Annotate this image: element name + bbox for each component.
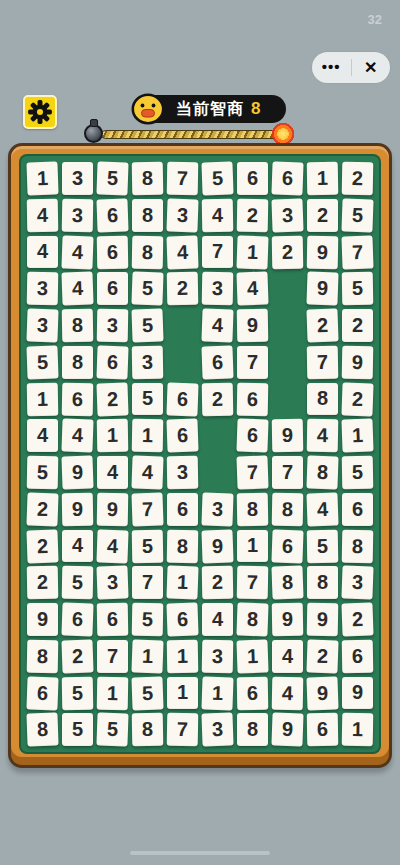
number-tile[interactable]: 5 <box>27 456 59 489</box>
number-tile[interactable]: 1 <box>167 677 198 710</box>
fuse-rope <box>101 130 281 139</box>
number-tile[interactable]: 5 <box>131 308 163 342</box>
number-tile[interactable]: 9 <box>342 345 374 378</box>
number-tile[interactable]: 5 <box>96 713 128 747</box>
tile-cell: 1 <box>167 566 198 599</box>
tile-cell: 5 <box>27 346 58 379</box>
tile-cell: 6 <box>167 603 198 636</box>
number-tile[interactable]: 8 <box>342 529 374 562</box>
tile-cell: 5 <box>307 530 338 563</box>
number-tile[interactable]: 3 <box>96 566 128 600</box>
tile-cell: 4 <box>27 236 58 269</box>
number-tile[interactable]: 4 <box>131 455 163 489</box>
number-tile[interactable]: 6 <box>237 162 268 195</box>
number-tile[interactable]: 1 <box>27 382 59 415</box>
tile-cell: 8 <box>132 162 163 195</box>
number-tile[interactable]: 1 <box>342 713 374 746</box>
number-tile[interactable]: 3 <box>341 566 373 600</box>
tile-cell: 3 <box>342 566 373 599</box>
tile-cell: 9 <box>62 456 93 489</box>
duck-mascot-icon <box>131 92 165 126</box>
number-tile[interactable]: 9 <box>27 603 58 636</box>
tile-cell: 9 <box>272 713 303 746</box>
tile-cell: 5 <box>27 456 58 489</box>
tile-cell: 4 <box>272 677 303 710</box>
tile-cell: 3 <box>27 309 58 342</box>
more-menu-icon[interactable]: ••• <box>312 51 351 85</box>
number-tile[interactable]: 4 <box>62 530 93 563</box>
iq-label: 当前智商 <box>176 99 244 120</box>
tile-cell: 6 <box>62 603 93 636</box>
tile-cell: 7 <box>237 456 268 489</box>
tile-cell: 4 <box>132 456 163 489</box>
tile-cell: 1 <box>97 419 128 452</box>
tile-cell: 8 <box>307 383 338 416</box>
tile-cell: 9 <box>202 530 233 563</box>
number-tile[interactable]: 1 <box>201 676 233 710</box>
number-tile[interactable]: 9 <box>62 492 94 525</box>
number-tile[interactable]: 2 <box>341 382 373 416</box>
number-tile[interactable]: 7 <box>132 566 163 599</box>
tile-cell: 9 <box>272 419 303 452</box>
tile-cell: 6 <box>97 603 128 636</box>
number-tile[interactable]: 9 <box>307 603 339 636</box>
number-tile[interactable]: 1 <box>132 419 164 452</box>
tile-cell: 9 <box>342 677 373 710</box>
gear-icon <box>27 99 53 125</box>
number-tile[interactable]: 1 <box>167 639 199 672</box>
number-tile[interactable]: 5 <box>341 198 373 232</box>
number-tile[interactable]: 5 <box>26 345 58 379</box>
tile-cell: 9 <box>307 603 338 636</box>
number-tile[interactable]: 2 <box>96 382 128 416</box>
empty-cell <box>272 309 303 342</box>
number-tile[interactable]: 4 <box>27 419 58 452</box>
tile-cell: 8 <box>132 236 163 269</box>
number-tile[interactable]: 3 <box>271 198 303 232</box>
number-tile[interactable]: 3 <box>166 198 198 232</box>
tile-cell: 3 <box>202 713 233 746</box>
number-tile[interactable]: 8 <box>62 346 93 379</box>
tile-cell: 9 <box>307 236 338 269</box>
tile-cell: 3 <box>167 199 198 232</box>
number-tile[interactable]: 8 <box>307 566 338 599</box>
number-tile[interactable]: 3 <box>27 272 59 305</box>
tile-cell: 7 <box>132 566 163 599</box>
tile-cell: 1 <box>167 677 198 710</box>
number-tile[interactable]: 8 <box>26 713 58 747</box>
tile-cell: 7 <box>167 162 198 195</box>
number-tile[interactable]: 1 <box>166 566 198 600</box>
number-tile[interactable]: 9 <box>307 235 339 268</box>
tile-cell: 4 <box>62 272 93 305</box>
number-tile[interactable]: 3 <box>167 456 199 489</box>
tile-cell: 1 <box>237 236 268 269</box>
tile-cell: 6 <box>237 419 268 452</box>
iq-value: 8 <box>251 99 260 119</box>
number-tile[interactable]: 6 <box>201 345 233 379</box>
bomb-cap-icon <box>90 119 98 127</box>
tile-cell: 6 <box>97 199 128 232</box>
number-tile[interactable]: 9 <box>272 419 304 452</box>
tile-cell: 1 <box>307 162 338 195</box>
number-tile[interactable]: 6 <box>166 382 198 416</box>
number-tile[interactable]: 1 <box>26 161 58 195</box>
tile-cell: 2 <box>237 199 268 232</box>
tile-cell: 8 <box>167 530 198 563</box>
number-tile[interactable]: 2 <box>237 198 269 231</box>
tile-cell: 4 <box>62 236 93 269</box>
number-tile[interactable]: 1 <box>131 639 163 673</box>
number-tile[interactable]: 2 <box>26 529 58 563</box>
number-tile[interactable]: 8 <box>271 566 303 600</box>
number-tile[interactable]: 9 <box>306 272 338 306</box>
tile-cell: 7 <box>202 236 233 269</box>
tile-cell: 2 <box>27 566 58 599</box>
number-tile[interactable]: 2 <box>167 272 199 305</box>
empty-cell <box>202 419 233 452</box>
number-tile[interactable]: 6 <box>166 602 198 636</box>
tile-cell: 2 <box>307 640 338 673</box>
number-tile[interactable]: 6 <box>342 493 373 526</box>
tile-cell: 6 <box>237 677 268 710</box>
number-tile[interactable]: 8 <box>27 639 59 672</box>
number-tile[interactable]: 4 <box>61 419 93 453</box>
tile-cell: 8 <box>62 346 93 379</box>
number-tile[interactable]: 9 <box>61 455 93 489</box>
number-tile[interactable]: 4 <box>202 198 234 231</box>
tile-cell: 2 <box>272 236 303 269</box>
tile-cell: 6 <box>272 162 303 195</box>
tile-cell: 9 <box>62 493 93 526</box>
number-tile[interactable]: 8 <box>132 162 164 195</box>
tile-cell: 5 <box>132 272 163 305</box>
number-tile[interactable]: 3 <box>202 272 234 305</box>
tile-cell: 1 <box>167 640 198 673</box>
board-felt: 1358756612436834232544684712973465234953… <box>19 154 381 754</box>
number-tile[interactable]: 8 <box>272 492 304 525</box>
number-tile[interactable]: 6 <box>97 603 129 636</box>
tile-cell: 8 <box>27 640 58 673</box>
number-tile[interactable]: 9 <box>271 713 303 747</box>
tile-cell: 5 <box>62 713 93 746</box>
tile-cell: 2 <box>307 309 338 342</box>
number-tile[interactable]: 8 <box>62 309 94 342</box>
number-tile[interactable]: 2 <box>341 602 373 636</box>
tile-cell: 1 <box>27 383 58 416</box>
number-tile[interactable]: 6 <box>97 235 129 268</box>
number-tile[interactable]: 4 <box>236 272 268 306</box>
tile-cell: 1 <box>97 677 128 710</box>
tile-cell: 3 <box>27 272 58 305</box>
number-tile[interactable]: 2 <box>202 382 234 415</box>
tile-cell: 6 <box>27 677 58 710</box>
number-tile[interactable]: 7 <box>202 236 233 269</box>
number-tile[interactable]: 2 <box>26 492 58 526</box>
close-icon[interactable]: ✕ <box>352 52 391 83</box>
number-tile[interactable]: 9 <box>237 309 269 342</box>
tile-cell: 7 <box>132 493 163 526</box>
number-tile[interactable]: 4 <box>96 529 128 563</box>
number-tile[interactable]: 9 <box>201 529 233 563</box>
tile-cell: 4 <box>307 419 338 452</box>
number-tile[interactable]: 2 <box>306 308 338 342</box>
tile-cell: 7 <box>307 346 338 379</box>
tile-cell: 6 <box>307 713 338 746</box>
number-tile[interactable]: 7 <box>237 346 268 379</box>
number-tile[interactable]: 8 <box>132 713 164 746</box>
tile-cell: 9 <box>342 346 373 379</box>
number-tile[interactable]: 5 <box>96 161 128 195</box>
empty-cell <box>272 346 303 379</box>
number-tile[interactable]: 2 <box>306 639 338 673</box>
tile-cell: 6 <box>97 272 128 305</box>
tile-cell: 1 <box>342 713 373 746</box>
empty-cell <box>167 346 198 379</box>
tile-cell: 7 <box>167 713 198 746</box>
number-tile[interactable]: 2 <box>342 309 373 342</box>
number-tile[interactable]: 8 <box>306 455 338 489</box>
tile-cell: 8 <box>272 566 303 599</box>
number-tile[interactable]: 5 <box>131 272 163 306</box>
tile-cell: 3 <box>202 493 233 526</box>
number-tile[interactable]: 7 <box>167 162 199 195</box>
tile-cell: 9 <box>307 677 338 710</box>
number-tile[interactable]: 8 <box>167 529 199 562</box>
tile-cell: 8 <box>237 713 268 746</box>
number-tile[interactable]: 2 <box>27 566 59 599</box>
tile-cell: 9 <box>237 309 268 342</box>
tile-cell: 2 <box>97 383 128 416</box>
tile-cell: 6 <box>342 640 373 673</box>
number-tile[interactable]: 9 <box>342 677 373 710</box>
number-tile[interactable]: 4 <box>61 235 93 269</box>
tile-cell: 6 <box>97 236 128 269</box>
number-tile[interactable]: 2 <box>61 639 93 673</box>
number-tile[interactable]: 4 <box>27 236 58 269</box>
number-tile[interactable]: 6 <box>26 676 58 710</box>
spark-icon <box>272 123 294 145</box>
number-tile[interactable]: 7 <box>341 235 373 269</box>
number-tile[interactable]: 4 <box>307 419 339 452</box>
tile-cell: 8 <box>307 566 338 599</box>
number-tile[interactable]: 4 <box>27 198 59 231</box>
tile-cell: 2 <box>202 383 233 416</box>
number-tile[interactable]: 2 <box>307 199 338 232</box>
tile-cell: 2 <box>342 603 373 636</box>
tile-cell: 1 <box>342 419 373 452</box>
number-tile[interactable]: 1 <box>307 162 339 195</box>
tile-cell: 6 <box>272 530 303 563</box>
number-tile[interactable]: 4 <box>166 235 198 269</box>
tile-cell: 2 <box>167 272 198 305</box>
number-tile[interactable]: 7 <box>307 345 339 378</box>
status-indicator: 32 <box>368 12 382 27</box>
tile-cell: 1 <box>237 530 268 563</box>
number-tile[interactable]: 7 <box>97 640 128 673</box>
home-indicator <box>130 851 270 855</box>
number-tile[interactable]: 4 <box>272 640 303 673</box>
tile-cell: 2 <box>342 383 373 416</box>
tile-cell: 4 <box>202 309 233 342</box>
board-grid: 1358756612436834232544684712973465234953… <box>27 162 373 746</box>
number-tile[interactable]: 6 <box>237 676 269 709</box>
tile-cell: 4 <box>202 199 233 232</box>
tile-cell: 1 <box>132 640 163 673</box>
number-tile[interactable]: 4 <box>306 492 338 526</box>
number-tile[interactable]: 5 <box>132 383 163 416</box>
number-tile[interactable]: 6 <box>271 161 303 195</box>
number-tile[interactable]: 7 <box>272 456 303 489</box>
tile-cell: 6 <box>167 383 198 416</box>
tile-cell: 3 <box>132 346 163 379</box>
number-tile[interactable]: 5 <box>201 161 233 195</box>
number-tile[interactable]: 5 <box>62 676 94 709</box>
tile-cell: 1 <box>132 419 163 452</box>
number-tile[interactable]: 9 <box>97 492 129 525</box>
tile-cell: 3 <box>167 456 198 489</box>
number-tile[interactable]: 7 <box>236 455 268 489</box>
tile-cell: 8 <box>237 603 268 636</box>
number-tile[interactable]: 6 <box>166 419 198 453</box>
number-tile[interactable]: 7 <box>167 713 199 746</box>
tile-cell: 4 <box>307 493 338 526</box>
tile-cell: 5 <box>132 530 163 563</box>
tile-cell: 4 <box>97 530 128 563</box>
tile-cell: 5 <box>342 199 373 232</box>
number-tile[interactable]: 8 <box>236 602 268 636</box>
tile-cell: 3 <box>62 199 93 232</box>
tile-cell: 5 <box>62 566 93 599</box>
number-tile[interactable]: 6 <box>342 639 374 672</box>
tile-cell: 7 <box>342 236 373 269</box>
number-tile[interactable]: 5 <box>62 713 93 746</box>
number-tile[interactable]: 8 <box>237 713 268 746</box>
number-tile[interactable]: 4 <box>202 603 233 636</box>
tile-cell: 8 <box>237 493 268 526</box>
settings-button[interactable] <box>23 95 57 129</box>
tile-cell: 4 <box>62 530 93 563</box>
tile-cell: 6 <box>202 346 233 379</box>
number-tile[interactable]: 9 <box>272 603 304 636</box>
tile-cell: 5 <box>132 603 163 636</box>
tile-cell: 5 <box>342 272 373 305</box>
number-tile[interactable]: 3 <box>26 308 58 342</box>
tile-cell: 4 <box>97 456 128 489</box>
tile-cell: 4 <box>237 272 268 305</box>
empty-cell <box>202 456 233 489</box>
tile-cell: 2 <box>27 493 58 526</box>
number-tile[interactable]: 1 <box>237 530 268 563</box>
tile-cell: 5 <box>342 456 373 489</box>
number-tile[interactable]: 1 <box>97 419 129 452</box>
tile-cell: 2 <box>342 309 373 342</box>
number-tile[interactable]: 6 <box>167 493 198 526</box>
tile-cell: 8 <box>272 493 303 526</box>
number-tile[interactable]: 2 <box>272 235 304 268</box>
tile-cell: 5 <box>62 677 93 710</box>
tile-cell: 5 <box>97 713 128 746</box>
number-tile[interactable]: 3 <box>62 162 93 195</box>
tile-cell: 2 <box>202 566 233 599</box>
number-tile[interactable]: 8 <box>307 383 338 416</box>
tile-cell: 4 <box>27 199 58 232</box>
tile-cell: 8 <box>27 713 58 746</box>
number-tile[interactable]: 4 <box>97 456 128 489</box>
tile-cell: 6 <box>97 346 128 379</box>
number-tile[interactable]: 6 <box>61 602 93 636</box>
number-tile[interactable]: 8 <box>132 235 164 268</box>
tile-cell: 2 <box>342 162 373 195</box>
number-tile[interactable]: 3 <box>62 198 94 231</box>
tile-cell: 6 <box>237 162 268 195</box>
number-tile[interactable]: 2 <box>202 566 234 599</box>
tile-cell: 4 <box>62 419 93 452</box>
number-tile[interactable]: 1 <box>236 639 268 673</box>
number-tile[interactable]: 2 <box>342 162 374 195</box>
number-tile[interactable]: 3 <box>202 639 234 672</box>
number-tile[interactable]: 5 <box>62 566 94 599</box>
number-tile[interactable]: 6 <box>97 272 128 305</box>
number-tile[interactable]: 3 <box>97 309 129 342</box>
number-tile[interactable]: 1 <box>97 676 129 709</box>
number-tile[interactable]: 5 <box>132 529 164 562</box>
empty-cell <box>272 383 303 416</box>
tile-cell: 7 <box>237 346 268 379</box>
tile-cell: 8 <box>62 309 93 342</box>
number-tile[interactable]: 5 <box>342 456 374 489</box>
number-tile[interactable]: 8 <box>237 492 269 525</box>
tile-cell: 3 <box>202 272 233 305</box>
number-tile[interactable]: 8 <box>132 199 163 232</box>
empty-cell <box>167 309 198 342</box>
tile-cell: 9 <box>27 603 58 636</box>
number-tile[interactable]: 5 <box>131 676 163 710</box>
tile-cell: 9 <box>307 272 338 305</box>
number-tile[interactable]: 4 <box>61 272 93 306</box>
number-tile[interactable]: 3 <box>201 713 233 747</box>
number-tile[interactable]: 5 <box>132 603 164 636</box>
tile-cell: 3 <box>97 309 128 342</box>
tile-cell: 2 <box>62 640 93 673</box>
number-tile[interactable]: 5 <box>342 272 374 305</box>
number-tile[interactable]: 7 <box>131 492 163 526</box>
number-tile[interactable]: 1 <box>236 235 268 269</box>
wechat-capsule: ••• ✕ <box>312 52 390 83</box>
tile-cell: 5 <box>97 162 128 195</box>
iq-score-pill: 当前智商 8 <box>134 95 286 123</box>
number-tile[interactable]: 3 <box>201 492 233 526</box>
number-tile[interactable]: 3 <box>132 345 164 378</box>
tile-cell: 1 <box>202 677 233 710</box>
number-tile[interactable]: 6 <box>236 419 268 453</box>
number-tile[interactable]: 6 <box>96 198 128 232</box>
number-tile[interactable]: 6 <box>307 713 339 746</box>
number-tile[interactable]: 6 <box>96 345 128 379</box>
number-tile[interactable]: 4 <box>201 308 233 342</box>
number-tile[interactable]: 5 <box>307 529 339 562</box>
tile-cell: 7 <box>97 640 128 673</box>
tile-cell: 6 <box>237 383 268 416</box>
number-tile[interactable]: 4 <box>272 676 304 709</box>
tile-cell: 4 <box>272 640 303 673</box>
number-tile[interactable]: 6 <box>271 529 303 563</box>
number-tile[interactable]: 1 <box>341 419 373 453</box>
number-tile[interactable]: 7 <box>237 566 269 599</box>
number-tile[interactable]: 6 <box>237 382 269 415</box>
number-tile[interactable]: 6 <box>62 382 94 415</box>
number-tile[interactable]: 9 <box>306 676 338 710</box>
